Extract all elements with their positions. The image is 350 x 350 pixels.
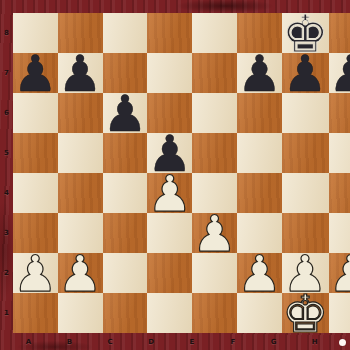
square-e8[interactable] [192,13,237,53]
square-f1[interactable] [237,293,282,333]
white-pawn[interactable]: ♟ [237,254,282,294]
white-king[interactable]: ♚ [282,294,329,334]
chess-board[interactable]: ♚♟♟♟♟♟♟♟♟♟♟♟♟♟♟♚ [13,13,340,333]
white-pawn[interactable]: ♟ [13,254,58,294]
white-pawn[interactable]: ♟ [147,174,192,214]
rank-label-3: 3 [0,213,13,253]
square-h7[interactable]: ♟ [329,53,350,93]
rank-label-1: 1 [0,293,13,333]
square-b4[interactable] [58,173,103,213]
square-f6[interactable] [237,93,282,133]
square-e1[interactable] [192,293,237,333]
square-c8[interactable] [103,13,148,53]
square-h6[interactable] [329,93,350,133]
file-label-e: E [177,333,218,350]
square-g4[interactable] [282,173,329,213]
square-e2[interactable] [192,253,237,293]
black-pawn[interactable]: ♟ [283,54,328,94]
square-a4[interactable] [13,173,58,213]
square-f4[interactable] [237,173,282,213]
rank-labels: 87654321 [0,13,13,333]
file-label-d: D [136,333,177,350]
square-d2[interactable] [147,253,192,293]
black-pawn[interactable]: ♟ [13,54,58,94]
chess-board-frame: 87654321 ABCDEFGH ♚♟♟♟♟♟♟♟♟♟♟♟♟♟♟♚ [0,0,350,350]
square-b6[interactable] [58,93,103,133]
rank-label-4: 4 [0,173,13,213]
square-a7[interactable]: ♟ [13,53,58,93]
square-h2[interactable]: ♟ [329,253,350,293]
square-h4[interactable] [329,173,350,213]
file-label-a: A [13,333,54,350]
black-pawn[interactable]: ♟ [237,54,282,94]
square-g1[interactable]: ♚ [282,293,329,333]
square-e5[interactable] [192,133,237,173]
square-c1[interactable] [103,293,148,333]
black-pawn[interactable]: ♟ [329,54,350,94]
square-f2[interactable]: ♟ [237,253,282,293]
square-e7[interactable] [192,53,237,93]
square-a1[interactable] [13,293,58,333]
rank-label-5: 5 [0,133,13,173]
rank-label-7: 7 [0,53,13,93]
square-c3[interactable] [103,213,148,253]
square-c2[interactable] [103,253,148,293]
square-b7[interactable]: ♟ [58,53,103,93]
square-c4[interactable] [103,173,148,213]
square-d1[interactable] [147,293,192,333]
square-g7[interactable]: ♟ [282,53,329,93]
square-b2[interactable]: ♟ [58,253,103,293]
rank-label-2: 2 [0,253,13,293]
white-pawn[interactable]: ♟ [192,214,237,254]
square-a6[interactable] [13,93,58,133]
square-d7[interactable] [147,53,192,93]
square-e6[interactable] [192,93,237,133]
square-e3[interactable]: ♟ [192,213,237,253]
white-pawn[interactable]: ♟ [329,254,350,294]
square-b5[interactable] [58,133,103,173]
square-d8[interactable] [147,13,192,53]
square-a2[interactable]: ♟ [13,253,58,293]
file-label-f: F [217,333,258,350]
white-pawn[interactable]: ♟ [58,254,103,294]
file-label-c: C [95,333,136,350]
square-f5[interactable] [237,133,282,173]
black-pawn[interactable]: ♟ [103,94,148,134]
square-f7[interactable]: ♟ [237,53,282,93]
square-d4[interactable]: ♟ [147,173,192,213]
square-h5[interactable] [329,133,350,173]
rank-label-8: 8 [0,13,13,53]
white-to-move-indicator [339,339,346,346]
rank-label-6: 6 [0,93,13,133]
square-c5[interactable] [103,133,148,173]
square-b1[interactable] [58,293,103,333]
square-h1[interactable] [329,293,350,333]
square-c6[interactable]: ♟ [103,93,148,133]
square-g6[interactable] [282,93,329,133]
square-d3[interactable] [147,213,192,253]
square-a5[interactable] [13,133,58,173]
square-g5[interactable] [282,133,329,173]
black-pawn[interactable]: ♟ [58,54,103,94]
file-label-b: B [54,333,95,350]
